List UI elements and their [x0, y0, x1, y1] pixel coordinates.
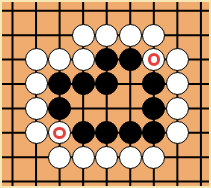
- intersection-r7c7[interactable]: [166, 169, 190, 188]
- intersection-r0c1[interactable]: [24, 0, 48, 23]
- white-stone: [142, 48, 165, 71]
- intersection-r4c3[interactable]: [71, 96, 95, 120]
- intersection-r4c7[interactable]: [166, 96, 190, 120]
- intersection-r4c6[interactable]: [142, 96, 166, 120]
- black-stone: [95, 121, 118, 144]
- intersection-r6c1[interactable]: [24, 145, 48, 169]
- white-stone: [72, 146, 95, 169]
- black-stone: [48, 97, 71, 120]
- go-board: [0, 0, 211, 188]
- white-stone: [95, 24, 118, 47]
- intersection-r1c2[interactable]: [48, 23, 72, 47]
- board-intersections: [1, 0, 211, 188]
- intersection-r6c8[interactable]: [189, 145, 211, 169]
- intersection-r5c7[interactable]: [166, 121, 190, 145]
- intersection-r0c3[interactable]: [71, 0, 95, 23]
- intersection-r0c7[interactable]: [166, 0, 190, 23]
- intersection-r5c4[interactable]: [95, 121, 119, 145]
- white-stone: [48, 146, 71, 169]
- intersection-r4c4[interactable]: [95, 96, 119, 120]
- black-stone: [142, 121, 165, 144]
- intersection-r2c7[interactable]: [166, 47, 190, 71]
- intersection-r7c4[interactable]: [95, 169, 119, 188]
- intersection-r0c6[interactable]: [142, 0, 166, 23]
- white-stone: [25, 121, 48, 144]
- white-stone: [48, 48, 71, 71]
- intersection-r7c5[interactable]: [118, 169, 142, 188]
- intersection-r2c0[interactable]: [1, 47, 25, 71]
- intersection-r4c1[interactable]: [24, 96, 48, 120]
- intersection-r2c8[interactable]: [189, 47, 211, 71]
- intersection-r6c7[interactable]: [166, 145, 190, 169]
- intersection-r3c4[interactable]: [95, 72, 119, 96]
- white-stone: [166, 97, 189, 120]
- black-stone: [142, 72, 165, 95]
- white-stone: [72, 24, 95, 47]
- black-stone: [119, 121, 142, 144]
- intersection-r2c2[interactable]: [48, 47, 72, 71]
- intersection-r5c0[interactable]: [1, 121, 25, 145]
- intersection-r3c2[interactable]: [48, 72, 72, 96]
- white-stone: [48, 121, 71, 144]
- intersection-r1c3[interactable]: [71, 23, 95, 47]
- intersection-r0c8[interactable]: [189, 0, 211, 23]
- intersection-r1c6[interactable]: [142, 23, 166, 47]
- intersection-r5c1[interactable]: [24, 121, 48, 145]
- intersection-r5c6[interactable]: [142, 121, 166, 145]
- intersection-r4c2[interactable]: [48, 96, 72, 120]
- intersection-r6c2[interactable]: [48, 145, 72, 169]
- black-stone: [119, 48, 142, 71]
- intersection-r2c5[interactable]: [118, 47, 142, 71]
- intersection-r6c0[interactable]: [1, 145, 25, 169]
- black-stone: [95, 48, 118, 71]
- intersection-r2c6[interactable]: [142, 47, 166, 71]
- black-stone: [95, 72, 118, 95]
- intersection-r3c7[interactable]: [166, 72, 190, 96]
- intersection-r2c4[interactable]: [95, 47, 119, 71]
- intersection-r1c5[interactable]: [118, 23, 142, 47]
- intersection-r7c3[interactable]: [71, 169, 95, 188]
- intersection-r5c8[interactable]: [189, 121, 211, 145]
- white-stone: [119, 146, 142, 169]
- intersection-r4c0[interactable]: [1, 96, 25, 120]
- intersection-r3c5[interactable]: [118, 72, 142, 96]
- intersection-r7c2[interactable]: [48, 169, 72, 188]
- intersection-r2c1[interactable]: [24, 47, 48, 71]
- black-stone: [142, 97, 165, 120]
- black-stone: [48, 72, 71, 95]
- intersection-r0c2[interactable]: [48, 0, 72, 23]
- circle-mark: [148, 53, 160, 65]
- intersection-r2c3[interactable]: [71, 47, 95, 71]
- intersection-r4c8[interactable]: [189, 96, 211, 120]
- white-stone: [25, 97, 48, 120]
- white-stone: [119, 24, 142, 47]
- intersection-r3c3[interactable]: [71, 72, 95, 96]
- intersection-r7c8[interactable]: [189, 169, 211, 188]
- intersection-r0c4[interactable]: [95, 0, 119, 23]
- white-stone: [166, 48, 189, 71]
- intersection-r5c2[interactable]: [48, 121, 72, 145]
- white-stone: [166, 121, 189, 144]
- intersection-r7c0[interactable]: [1, 169, 25, 188]
- intersection-r1c8[interactable]: [189, 23, 211, 47]
- intersection-r7c1[interactable]: [24, 169, 48, 188]
- circle-mark: [53, 127, 65, 139]
- white-stone: [25, 72, 48, 95]
- white-stone: [142, 24, 165, 47]
- white-stone: [95, 146, 118, 169]
- intersection-r0c5[interactable]: [118, 0, 142, 23]
- intersection-r0c0[interactable]: [1, 0, 25, 23]
- intersection-r3c8[interactable]: [189, 72, 211, 96]
- intersection-r7c6[interactable]: [142, 169, 166, 188]
- intersection-r1c7[interactable]: [166, 23, 190, 47]
- black-stone: [72, 72, 95, 95]
- intersection-r1c1[interactable]: [24, 23, 48, 47]
- intersection-r3c0[interactable]: [1, 72, 25, 96]
- intersection-r5c3[interactable]: [71, 121, 95, 145]
- intersection-r6c5[interactable]: [118, 145, 142, 169]
- white-stone: [25, 48, 48, 71]
- white-stone: [72, 48, 95, 71]
- intersection-r6c4[interactable]: [95, 145, 119, 169]
- intersection-r5c5[interactable]: [118, 121, 142, 145]
- intersection-r6c3[interactable]: [71, 145, 95, 169]
- intersection-r1c4[interactable]: [95, 23, 119, 47]
- intersection-r3c6[interactable]: [142, 72, 166, 96]
- intersection-r3c1[interactable]: [24, 72, 48, 96]
- intersection-r4c5[interactable]: [118, 96, 142, 120]
- intersection-r6c6[interactable]: [142, 145, 166, 169]
- white-stone: [166, 72, 189, 95]
- black-stone: [72, 121, 95, 144]
- white-stone: [142, 146, 165, 169]
- intersection-r1c0[interactable]: [1, 23, 25, 47]
